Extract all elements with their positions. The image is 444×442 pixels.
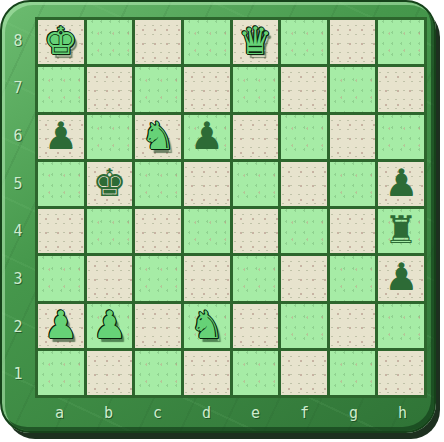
square-e3[interactable] — [233, 256, 279, 300]
square-e1[interactable] — [233, 351, 279, 395]
square-b2[interactable]: ♟ — [87, 304, 133, 348]
piece-white-knight[interactable]: ♞ — [141, 117, 175, 155]
file-label-g: g — [329, 399, 378, 426]
piece-white-pawn[interactable]: ♟ — [92, 306, 126, 344]
square-c3[interactable] — [135, 256, 181, 300]
rank-label-5: 5 — [5, 160, 31, 208]
rank-label-2: 2 — [5, 303, 31, 351]
square-e8[interactable]: ♛ — [233, 20, 279, 64]
square-d8[interactable] — [184, 20, 230, 64]
square-b7[interactable] — [87, 67, 133, 111]
rank-label-8: 8 — [5, 17, 31, 65]
file-label-e: e — [231, 399, 280, 426]
square-f5[interactable] — [281, 162, 327, 206]
piece-black-pawn[interactable]: ♟ — [384, 258, 418, 296]
rank-label-4: 4 — [5, 208, 31, 256]
square-c1[interactable] — [135, 351, 181, 395]
square-e7[interactable] — [233, 67, 279, 111]
piece-black-rook[interactable]: ♜ — [384, 211, 418, 249]
rank-label-6: 6 — [5, 112, 31, 160]
square-b5[interactable]: ♚ — [87, 162, 133, 206]
piece-black-pawn[interactable]: ♟ — [44, 117, 78, 155]
square-g3[interactable] — [330, 256, 376, 300]
square-d2[interactable]: ♞ — [184, 304, 230, 348]
square-d7[interactable] — [184, 67, 230, 111]
square-h2[interactable] — [378, 304, 424, 348]
square-b3[interactable] — [87, 256, 133, 300]
square-a5[interactable] — [38, 162, 84, 206]
rank-label-3: 3 — [5, 255, 31, 303]
square-b8[interactable] — [87, 20, 133, 64]
square-d6[interactable]: ♟ — [184, 115, 230, 159]
square-f3[interactable] — [281, 256, 327, 300]
square-b1[interactable] — [87, 351, 133, 395]
piece-black-king[interactable]: ♚ — [92, 164, 126, 202]
square-a3[interactable] — [38, 256, 84, 300]
square-a1[interactable] — [38, 351, 84, 395]
square-a6[interactable]: ♟ — [38, 115, 84, 159]
piece-black-pawn[interactable]: ♟ — [384, 164, 418, 202]
file-label-c: c — [133, 399, 182, 426]
square-b4[interactable] — [87, 209, 133, 253]
file-labels: abcdefgh — [35, 399, 427, 426]
file-label-d: d — [182, 399, 231, 426]
square-h8[interactable] — [378, 20, 424, 64]
square-f1[interactable] — [281, 351, 327, 395]
square-d5[interactable] — [184, 162, 230, 206]
piece-black-pawn[interactable]: ♟ — [190, 117, 224, 155]
square-f8[interactable] — [281, 20, 327, 64]
square-g6[interactable] — [330, 115, 376, 159]
square-g4[interactable] — [330, 209, 376, 253]
file-label-b: b — [84, 399, 133, 426]
file-label-a: a — [35, 399, 84, 426]
piece-white-knight[interactable]: ♞ — [190, 306, 224, 344]
square-c6[interactable]: ♞ — [135, 115, 181, 159]
square-a7[interactable] — [38, 67, 84, 111]
piece-white-pawn[interactable]: ♟ — [44, 306, 78, 344]
square-g8[interactable] — [330, 20, 376, 64]
file-label-h: h — [378, 399, 427, 426]
square-d4[interactable] — [184, 209, 230, 253]
square-c4[interactable] — [135, 209, 181, 253]
square-h3[interactable]: ♟ — [378, 256, 424, 300]
square-c5[interactable] — [135, 162, 181, 206]
square-e6[interactable] — [233, 115, 279, 159]
piece-white-queen[interactable]: ♛ — [238, 22, 272, 60]
square-f4[interactable] — [281, 209, 327, 253]
square-f2[interactable] — [281, 304, 327, 348]
square-c2[interactable] — [135, 304, 181, 348]
square-d3[interactable] — [184, 256, 230, 300]
piece-white-king[interactable]: ♚ — [44, 22, 78, 60]
rank-labels: 87654321 — [5, 17, 31, 398]
square-e5[interactable] — [233, 162, 279, 206]
rank-label-7: 7 — [5, 65, 31, 113]
square-h1[interactable] — [378, 351, 424, 395]
rank-label-1: 1 — [5, 350, 31, 398]
square-a8[interactable]: ♚ — [38, 20, 84, 64]
square-e2[interactable] — [233, 304, 279, 348]
square-f6[interactable] — [281, 115, 327, 159]
square-g7[interactable] — [330, 67, 376, 111]
file-label-f: f — [280, 399, 329, 426]
square-g2[interactable] — [330, 304, 376, 348]
square-c7[interactable] — [135, 67, 181, 111]
square-b6[interactable] — [87, 115, 133, 159]
square-e4[interactable] — [233, 209, 279, 253]
square-g1[interactable] — [330, 351, 376, 395]
square-a4[interactable] — [38, 209, 84, 253]
square-g5[interactable] — [330, 162, 376, 206]
square-h6[interactable] — [378, 115, 424, 159]
square-h4[interactable]: ♜ — [378, 209, 424, 253]
square-c8[interactable] — [135, 20, 181, 64]
square-d1[interactable] — [184, 351, 230, 395]
square-h7[interactable] — [378, 67, 424, 111]
square-h5[interactable]: ♟ — [378, 162, 424, 206]
chess-app-window: 87654321 abcdefgh ♚♛♟♞♟♚♟♜♟♟♟♞ — [0, 0, 444, 442]
square-a2[interactable]: ♟ — [38, 304, 84, 348]
chess-board: ♚♛♟♞♟♚♟♜♟♟♟♞ — [35, 17, 427, 398]
square-f7[interactable] — [281, 67, 327, 111]
